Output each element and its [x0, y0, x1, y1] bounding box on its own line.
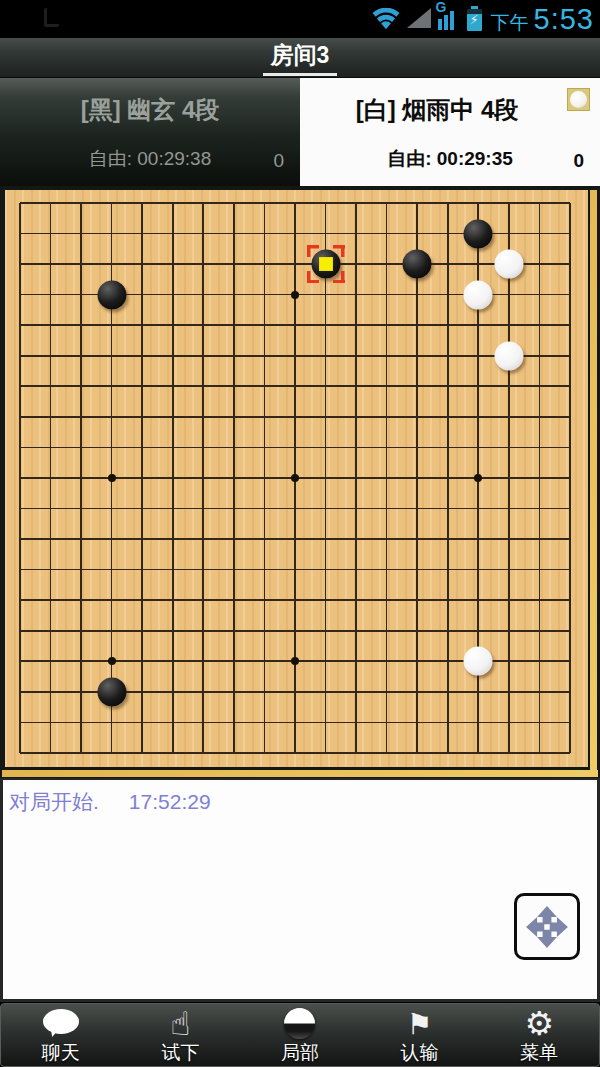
white-stone-R17 [494, 250, 523, 279]
pan-board-button[interactable] [514, 893, 580, 960]
white-player-clock: 自由: 00:29:35 [300, 146, 600, 172]
grid-line-vertical [416, 203, 418, 753]
star-point [108, 657, 116, 665]
chat-log-area[interactable]: 对局开始. 17:52:29 [0, 778, 600, 1002]
grid-line-horizontal [20, 508, 570, 510]
wifi-icon [372, 8, 400, 30]
toolbar-trial-move-label: 试下 [161, 1042, 199, 1063]
toolbar-chat-button[interactable]: 聊天 [1, 1004, 121, 1066]
status-bar: G ⚡ 下午 5:53 [0, 0, 600, 38]
black-stone-D16 [97, 280, 126, 309]
toolbar-local-count-button[interactable]: 局部 [240, 1004, 360, 1066]
white-stone-Q16 [464, 280, 493, 309]
grid-line-horizontal [20, 538, 570, 540]
half-stone-icon [284, 1008, 315, 1039]
grid-line-vertical [539, 203, 541, 753]
resign-flag-icon: ⚑ [407, 1009, 433, 1039]
go-board-grid[interactable] [20, 203, 570, 753]
last-move-marker [307, 245, 345, 283]
star-point [291, 657, 299, 665]
player-panels: [黑] 幽玄 4段 自由: 00:29:38 0 [白] 烟雨中 4段 自由: … [0, 78, 600, 186]
signal-bars-icon: G [438, 6, 460, 30]
grid-line-horizontal [20, 630, 570, 632]
grid-line-vertical [447, 203, 449, 753]
toolbar-chat-label: 聊天 [42, 1042, 80, 1063]
grid-line-horizontal [20, 722, 570, 724]
status-clock-time: 5:53 [534, 3, 594, 36]
status-clock: 下午 5:53 [491, 3, 594, 36]
star-point [291, 291, 299, 299]
black-stone-O17 [403, 250, 432, 279]
board-edge-highlight-right [590, 190, 597, 771]
white-player-name: [白] 烟雨中 4段 [300, 94, 600, 126]
move-arrows-icon [525, 905, 569, 949]
chat-message-time: 17:52:29 [129, 790, 211, 814]
chat-message-line: 对局开始. 17:52:29 [3, 780, 597, 816]
battery-charging-icon: ⚡ [467, 6, 482, 31]
black-player-name: [黑] 幽玄 4段 [0, 94, 300, 126]
star-point [108, 474, 116, 482]
star-point [474, 474, 482, 482]
white-player-panel: [白] 烟雨中 4段 自由: 00:29:35 0 [300, 78, 600, 186]
room-title: 房间3 [263, 40, 338, 76]
toolbar-resign-label: 认输 [401, 1042, 439, 1063]
app-screen: G ⚡ 下午 5:53 房间3 [黑] 幽玄 4段 自由: 00:29:38 0 [0, 0, 600, 1067]
black-stone-D3 [97, 677, 126, 706]
black-player-panel: [黑] 幽玄 4段 自由: 00:29:38 0 [0, 78, 300, 186]
signal-triangle-icon [407, 8, 431, 28]
white-stone-R14 [494, 341, 523, 370]
grid-line-vertical [386, 203, 388, 753]
grid-line-horizontal [20, 752, 570, 754]
toolbar-menu-label: 菜单 [520, 1042, 558, 1063]
toolbar-resign-button[interactable]: ⚑ 认输 [360, 1004, 480, 1066]
go-board [0, 186, 600, 778]
black-player-clock: 自由: 00:29:38 [0, 146, 300, 172]
grid-line-vertical [355, 203, 357, 753]
chat-message-text: 对局开始. [9, 788, 99, 816]
status-clock-period: 下午 [491, 10, 529, 36]
toolbar-menu-button[interactable]: ⚙ 菜单 [479, 1004, 599, 1066]
title-bar: 房间3 [0, 38, 600, 78]
white-captures-count: 0 [573, 150, 584, 172]
board-edge-highlight-bottom [2, 770, 598, 777]
white-stone-Q4 [464, 647, 493, 676]
gear-icon: ⚙ [524, 1007, 554, 1040]
black-captures-count: 0 [273, 150, 284, 172]
toolbar-local-count-label: 局部 [281, 1042, 319, 1063]
grid-line-vertical [569, 203, 571, 753]
dim-notification-icon [44, 8, 59, 27]
star-point [291, 474, 299, 482]
grid-line-vertical [325, 203, 327, 753]
grid-line-vertical [508, 203, 510, 753]
bottom-toolbar: 聊天 ☝ 试下 局部 ⚑ 认输 ⚙ 菜单 [0, 1003, 600, 1067]
black-stone-Q18 [464, 219, 493, 248]
pointing-hand-icon: ☝ [170, 1007, 190, 1040]
toolbar-trial-move-button[interactable]: ☝ 试下 [121, 1004, 241, 1066]
grid-line-horizontal [20, 569, 570, 571]
grid-line-horizontal [20, 599, 570, 601]
network-type-label: G [436, 0, 447, 15]
chat-bubble-icon [43, 1009, 79, 1034]
